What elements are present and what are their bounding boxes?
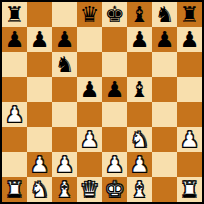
square-c5[interactable] bbox=[52, 77, 77, 102]
square-c1[interactable]: ♝ bbox=[52, 177, 77, 202]
chess-board: ♜♛♚♝♞♜♟♟♟♟♟♟♞♟♟♝♟♟♞♟♟♟♟♟♜♞♝♛♚♝♜ bbox=[0, 0, 204, 204]
piece-white-bishop[interactable]: ♝ bbox=[55, 177, 75, 202]
square-d4[interactable] bbox=[77, 102, 102, 127]
piece-white-pawn[interactable]: ♟ bbox=[130, 152, 150, 177]
square-e4[interactable] bbox=[102, 102, 127, 127]
square-g2[interactable] bbox=[152, 152, 177, 177]
square-e1[interactable]: ♚ bbox=[102, 177, 127, 202]
square-a5[interactable] bbox=[2, 77, 27, 102]
piece-black-rook[interactable]: ♜ bbox=[5, 2, 25, 27]
square-h1[interactable]: ♜ bbox=[177, 177, 202, 202]
piece-black-pawn[interactable]: ♟ bbox=[55, 27, 75, 52]
piece-white-pawn[interactable]: ♟ bbox=[105, 152, 125, 177]
square-c2[interactable]: ♟ bbox=[52, 152, 77, 177]
square-e3[interactable] bbox=[102, 127, 127, 152]
square-c6[interactable]: ♞ bbox=[52, 52, 77, 77]
square-d1[interactable]: ♛ bbox=[77, 177, 102, 202]
square-g6[interactable] bbox=[152, 52, 177, 77]
square-d8[interactable]: ♛ bbox=[77, 2, 102, 27]
square-b6[interactable] bbox=[27, 52, 52, 77]
piece-black-bishop[interactable]: ♝ bbox=[130, 77, 150, 102]
square-f4[interactable] bbox=[127, 102, 152, 127]
square-f1[interactable]: ♝ bbox=[127, 177, 152, 202]
square-f6[interactable] bbox=[127, 52, 152, 77]
piece-black-pawn[interactable]: ♟ bbox=[130, 27, 150, 52]
square-a8[interactable]: ♜ bbox=[2, 2, 27, 27]
square-a4[interactable]: ♟ bbox=[2, 102, 27, 127]
piece-black-king[interactable]: ♚ bbox=[105, 2, 125, 27]
square-d6[interactable] bbox=[77, 52, 102, 77]
piece-black-pawn[interactable]: ♟ bbox=[105, 77, 125, 102]
piece-white-rook[interactable]: ♜ bbox=[180, 177, 200, 202]
piece-white-pawn[interactable]: ♟ bbox=[180, 127, 200, 152]
square-c7[interactable]: ♟ bbox=[52, 27, 77, 52]
square-b2[interactable]: ♟ bbox=[27, 152, 52, 177]
square-e7[interactable] bbox=[102, 27, 127, 52]
square-d7[interactable] bbox=[77, 27, 102, 52]
piece-white-pawn[interactable]: ♟ bbox=[5, 102, 25, 127]
square-a2[interactable] bbox=[2, 152, 27, 177]
square-f5[interactable]: ♝ bbox=[127, 77, 152, 102]
piece-white-rook[interactable]: ♜ bbox=[5, 177, 25, 202]
square-d3[interactable]: ♟ bbox=[77, 127, 102, 152]
square-b4[interactable] bbox=[27, 102, 52, 127]
square-h8[interactable]: ♜ bbox=[177, 2, 202, 27]
square-b8[interactable] bbox=[27, 2, 52, 27]
square-h5[interactable] bbox=[177, 77, 202, 102]
square-f7[interactable]: ♟ bbox=[127, 27, 152, 52]
square-g4[interactable] bbox=[152, 102, 177, 127]
piece-white-king[interactable]: ♚ bbox=[105, 177, 125, 202]
square-e6[interactable] bbox=[102, 52, 127, 77]
square-b3[interactable] bbox=[27, 127, 52, 152]
square-g7[interactable]: ♟ bbox=[152, 27, 177, 52]
square-d5[interactable]: ♟ bbox=[77, 77, 102, 102]
piece-white-bishop[interactable]: ♝ bbox=[130, 177, 150, 202]
piece-white-pawn[interactable]: ♟ bbox=[80, 127, 100, 152]
square-g3[interactable] bbox=[152, 127, 177, 152]
square-d2[interactable] bbox=[77, 152, 102, 177]
piece-black-pawn[interactable]: ♟ bbox=[180, 27, 200, 52]
piece-white-knight[interactable]: ♞ bbox=[30, 177, 50, 202]
square-f2[interactable]: ♟ bbox=[127, 152, 152, 177]
square-g8[interactable]: ♞ bbox=[152, 2, 177, 27]
square-e5[interactable]: ♟ bbox=[102, 77, 127, 102]
square-e8[interactable]: ♚ bbox=[102, 2, 127, 27]
square-a3[interactable] bbox=[2, 127, 27, 152]
square-c4[interactable] bbox=[52, 102, 77, 127]
square-f8[interactable]: ♝ bbox=[127, 2, 152, 27]
piece-black-knight[interactable]: ♞ bbox=[55, 52, 75, 77]
piece-black-pawn[interactable]: ♟ bbox=[5, 27, 25, 52]
square-a1[interactable]: ♜ bbox=[2, 177, 27, 202]
square-b7[interactable]: ♟ bbox=[27, 27, 52, 52]
piece-white-pawn[interactable]: ♟ bbox=[30, 152, 50, 177]
square-c8[interactable] bbox=[52, 2, 77, 27]
square-h2[interactable] bbox=[177, 152, 202, 177]
square-g5[interactable] bbox=[152, 77, 177, 102]
square-h3[interactable]: ♟ bbox=[177, 127, 202, 152]
square-f3[interactable]: ♞ bbox=[127, 127, 152, 152]
square-b5[interactable] bbox=[27, 77, 52, 102]
piece-black-queen[interactable]: ♛ bbox=[80, 2, 100, 27]
square-g1[interactable] bbox=[152, 177, 177, 202]
piece-white-pawn[interactable]: ♟ bbox=[55, 152, 75, 177]
piece-white-queen[interactable]: ♛ bbox=[80, 177, 100, 202]
piece-black-knight[interactable]: ♞ bbox=[155, 2, 175, 27]
square-a6[interactable] bbox=[2, 52, 27, 77]
piece-black-bishop[interactable]: ♝ bbox=[130, 2, 150, 27]
square-h4[interactable] bbox=[177, 102, 202, 127]
piece-black-pawn[interactable]: ♟ bbox=[30, 27, 50, 52]
square-b1[interactable]: ♞ bbox=[27, 177, 52, 202]
piece-black-pawn[interactable]: ♟ bbox=[80, 77, 100, 102]
chessboard-container: ♜♛♚♝♞♜♟♟♟♟♟♟♞♟♟♝♟♟♞♟♟♟♟♟♜♞♝♛♚♝♜ bbox=[0, 0, 204, 204]
square-c3[interactable] bbox=[52, 127, 77, 152]
square-h7[interactable]: ♟ bbox=[177, 27, 202, 52]
square-e2[interactable]: ♟ bbox=[102, 152, 127, 177]
piece-white-knight[interactable]: ♞ bbox=[130, 127, 150, 152]
square-h6[interactable] bbox=[177, 52, 202, 77]
piece-black-rook[interactable]: ♜ bbox=[180, 2, 200, 27]
piece-black-pawn[interactable]: ♟ bbox=[155, 27, 175, 52]
square-a7[interactable]: ♟ bbox=[2, 27, 27, 52]
